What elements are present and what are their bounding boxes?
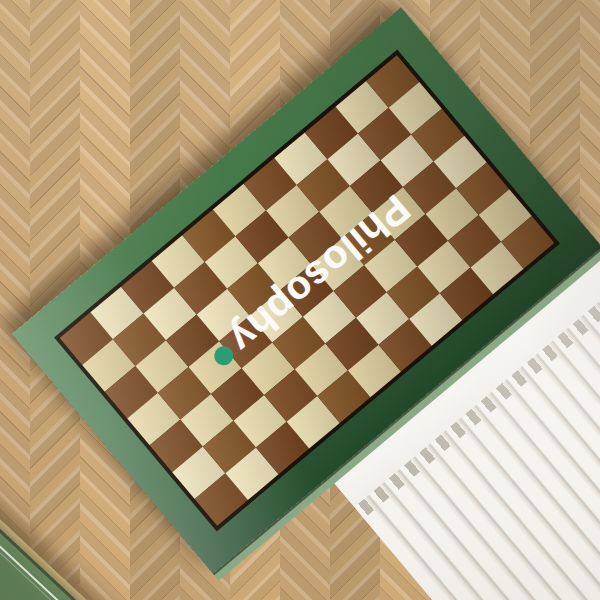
room-scene: Philosophy bbox=[0, 0, 600, 600]
parquet-column bbox=[0, 0, 30, 600]
